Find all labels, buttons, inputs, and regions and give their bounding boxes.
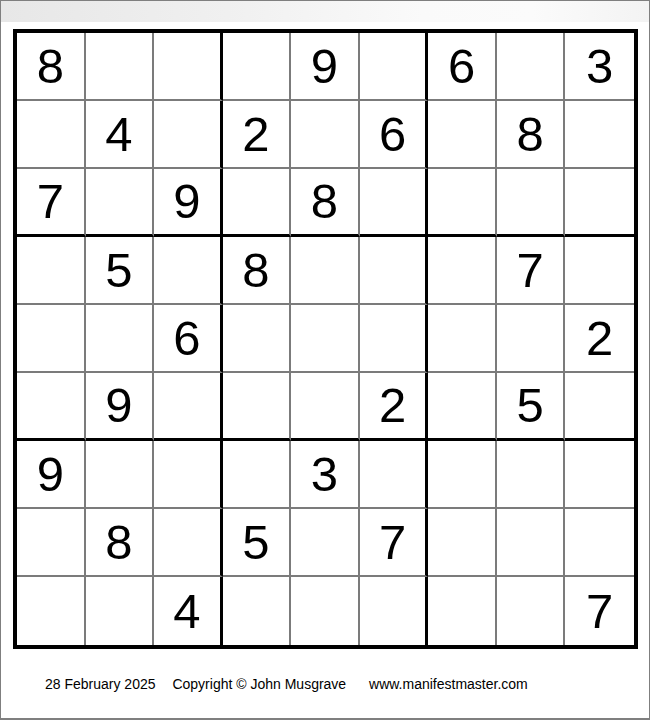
cell-r1c6[interactable] [360, 33, 429, 101]
cell-r6c9[interactable] [565, 373, 634, 441]
cell-r2c2: 4 [86, 101, 155, 169]
cell-r6c6: 2 [360, 373, 429, 441]
cell-r4c8: 7 [497, 237, 566, 305]
cell-r6c3[interactable] [154, 373, 223, 441]
cell-r4c9[interactable] [565, 237, 634, 305]
cell-r4c4: 8 [223, 237, 292, 305]
cell-r8c5[interactable] [291, 509, 360, 577]
cell-r8c8[interactable] [497, 509, 566, 577]
cell-r4c7[interactable] [428, 237, 497, 305]
cell-r8c7[interactable] [428, 509, 497, 577]
cell-r5c7[interactable] [428, 305, 497, 373]
cell-r3c8[interactable] [497, 169, 566, 237]
cell-r9c1[interactable] [17, 577, 86, 645]
cell-r1c9: 3 [565, 33, 634, 101]
cell-r9c7[interactable] [428, 577, 497, 645]
cell-r8c6: 7 [360, 509, 429, 577]
puzzle-page: 89634268798587629259385747 28 February 2… [0, 0, 650, 720]
cell-r1c5: 9 [291, 33, 360, 101]
cell-r8c9[interactable] [565, 509, 634, 577]
cell-r7c4[interactable] [223, 441, 292, 509]
cell-r3c7[interactable] [428, 169, 497, 237]
cell-r5c6[interactable] [360, 305, 429, 373]
cell-r3c1: 7 [17, 169, 86, 237]
cell-r2c5[interactable] [291, 101, 360, 169]
cell-r7c7[interactable] [428, 441, 497, 509]
cell-r3c4[interactable] [223, 169, 292, 237]
cell-r2c9[interactable] [565, 101, 634, 169]
cell-r7c8[interactable] [497, 441, 566, 509]
cell-r3c9[interactable] [565, 169, 634, 237]
cell-r1c3[interactable] [154, 33, 223, 101]
cell-r9c9: 7 [565, 577, 634, 645]
cell-r8c3[interactable] [154, 509, 223, 577]
cell-r6c5[interactable] [291, 373, 360, 441]
cell-r1c2[interactable] [86, 33, 155, 101]
cell-r8c2: 8 [86, 509, 155, 577]
cell-r6c2: 9 [86, 373, 155, 441]
cell-r3c5: 8 [291, 169, 360, 237]
cell-r5c8[interactable] [497, 305, 566, 373]
cell-r1c8[interactable] [497, 33, 566, 101]
sudoku-board: 89634268798587629259385747 [13, 29, 638, 649]
cell-r4c3[interactable] [154, 237, 223, 305]
cell-r3c3: 9 [154, 169, 223, 237]
cell-r7c6[interactable] [360, 441, 429, 509]
cell-r4c6[interactable] [360, 237, 429, 305]
puzzle-date: 28 February 2025 [45, 676, 156, 692]
cell-r5c3: 6 [154, 305, 223, 373]
cell-r8c1[interactable] [17, 509, 86, 577]
cell-r1c1: 8 [17, 33, 86, 101]
cell-r3c6[interactable] [360, 169, 429, 237]
cell-r9c3: 4 [154, 577, 223, 645]
cell-r4c2: 5 [86, 237, 155, 305]
cell-r7c9[interactable] [565, 441, 634, 509]
cell-r2c7[interactable] [428, 101, 497, 169]
cell-r2c3[interactable] [154, 101, 223, 169]
cell-r6c4[interactable] [223, 373, 292, 441]
cell-r5c4[interactable] [223, 305, 292, 373]
cell-r2c8: 8 [497, 101, 566, 169]
cell-r8c4: 5 [223, 509, 292, 577]
cell-r5c1[interactable] [17, 305, 86, 373]
cell-r3c2[interactable] [86, 169, 155, 237]
cell-r2c6: 6 [360, 101, 429, 169]
cell-r1c7: 6 [428, 33, 497, 101]
cell-r5c2[interactable] [86, 305, 155, 373]
copyright-text: Copyright © John Musgrave [172, 676, 346, 692]
cell-r9c2[interactable] [86, 577, 155, 645]
cell-r1c4[interactable] [223, 33, 292, 101]
cell-r9c5[interactable] [291, 577, 360, 645]
cell-r6c8: 5 [497, 373, 566, 441]
cell-r9c6[interactable] [360, 577, 429, 645]
website-url: www.manifestmaster.com [369, 676, 528, 692]
cell-r7c2[interactable] [86, 441, 155, 509]
cell-r6c7[interactable] [428, 373, 497, 441]
cell-r4c1[interactable] [17, 237, 86, 305]
cell-r7c1: 9 [17, 441, 86, 509]
cell-r6c1[interactable] [17, 373, 86, 441]
footer: 28 February 2025 Copyright © John Musgra… [45, 676, 528, 692]
cell-r2c1[interactable] [17, 101, 86, 169]
cell-r9c4[interactable] [223, 577, 292, 645]
cell-r7c3[interactable] [154, 441, 223, 509]
cell-r5c5[interactable] [291, 305, 360, 373]
top-gradient-band [1, 1, 649, 22]
cell-r4c5[interactable] [291, 237, 360, 305]
cell-r5c9: 2 [565, 305, 634, 373]
cell-r2c4: 2 [223, 101, 292, 169]
cell-r9c8[interactable] [497, 577, 566, 645]
cell-r7c5: 3 [291, 441, 360, 509]
